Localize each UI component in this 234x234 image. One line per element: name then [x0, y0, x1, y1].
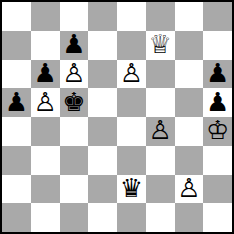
square-g2[interactable]: ♙ — [175, 175, 204, 204]
square-g8[interactable] — [175, 2, 204, 31]
square-d7[interactable] — [88, 31, 117, 60]
square-c4[interactable] — [60, 117, 89, 146]
white-king-h4: ♔ — [206, 118, 229, 144]
chess-diagram: ♟♕♟♙♙♟♟♙♚♟♙♔♛♙ — [0, 0, 234, 234]
white-pawn-g2: ♙ — [177, 176, 200, 202]
square-h4[interactable]: ♔ — [203, 117, 232, 146]
square-b1[interactable] — [31, 203, 60, 232]
square-d2[interactable] — [88, 175, 117, 204]
square-g1[interactable] — [175, 203, 204, 232]
square-g5[interactable] — [175, 88, 204, 117]
square-b8[interactable] — [31, 2, 60, 31]
black-pawn-c7: ♟ — [62, 32, 85, 58]
square-e2[interactable]: ♛ — [117, 175, 146, 204]
square-f7[interactable]: ♕ — [146, 31, 175, 60]
square-h5[interactable]: ♟ — [203, 88, 232, 117]
square-b3[interactable] — [31, 146, 60, 175]
square-g3[interactable] — [175, 146, 204, 175]
square-f3[interactable] — [146, 146, 175, 175]
white-pawn-e6: ♙ — [120, 61, 143, 87]
square-c3[interactable] — [60, 146, 89, 175]
square-h6[interactable]: ♟ — [203, 60, 232, 89]
square-g6[interactable] — [175, 60, 204, 89]
black-pawn-a5: ♟ — [5, 90, 28, 116]
square-h2[interactable] — [203, 175, 232, 204]
square-f8[interactable] — [146, 2, 175, 31]
square-c1[interactable] — [60, 203, 89, 232]
square-b6[interactable]: ♟ — [31, 60, 60, 89]
square-c8[interactable] — [60, 2, 89, 31]
square-e3[interactable] — [117, 146, 146, 175]
black-pawn-h6: ♟ — [206, 61, 229, 87]
square-b5[interactable]: ♙ — [31, 88, 60, 117]
white-pawn-b5: ♙ — [33, 90, 56, 116]
square-e8[interactable] — [117, 2, 146, 31]
square-a1[interactable] — [2, 203, 31, 232]
square-e6[interactable]: ♙ — [117, 60, 146, 89]
square-h1[interactable] — [203, 203, 232, 232]
square-c5[interactable]: ♚ — [60, 88, 89, 117]
square-e5[interactable] — [117, 88, 146, 117]
black-pawn-h5: ♟ — [206, 90, 229, 116]
square-f5[interactable] — [146, 88, 175, 117]
square-g7[interactable] — [175, 31, 204, 60]
chess-board: ♟♕♟♙♙♟♟♙♚♟♙♔♛♙ — [0, 0, 234, 234]
square-e1[interactable] — [117, 203, 146, 232]
square-g4[interactable] — [175, 117, 204, 146]
white-queen-f7: ♕ — [148, 32, 171, 58]
square-b2[interactable] — [31, 175, 60, 204]
white-pawn-f4: ♙ — [148, 118, 171, 144]
square-d5[interactable] — [88, 88, 117, 117]
square-d8[interactable] — [88, 2, 117, 31]
black-queen-e2: ♛ — [120, 176, 143, 202]
square-d6[interactable] — [88, 60, 117, 89]
square-f6[interactable] — [146, 60, 175, 89]
square-c2[interactable] — [60, 175, 89, 204]
square-f4[interactable]: ♙ — [146, 117, 175, 146]
square-f2[interactable] — [146, 175, 175, 204]
square-e7[interactable] — [117, 31, 146, 60]
square-d4[interactable] — [88, 117, 117, 146]
square-e4[interactable] — [117, 117, 146, 146]
black-pawn-b6: ♟ — [33, 61, 56, 87]
white-pawn-c6: ♙ — [62, 61, 85, 87]
square-a5[interactable]: ♟ — [2, 88, 31, 117]
square-b7[interactable] — [31, 31, 60, 60]
square-b4[interactable] — [31, 117, 60, 146]
square-h3[interactable] — [203, 146, 232, 175]
square-d1[interactable] — [88, 203, 117, 232]
square-c7[interactable]: ♟ — [60, 31, 89, 60]
square-a6[interactable] — [2, 60, 31, 89]
square-a3[interactable] — [2, 146, 31, 175]
square-a7[interactable] — [2, 31, 31, 60]
square-a4[interactable] — [2, 117, 31, 146]
black-king-c5: ♚ — [62, 90, 85, 116]
square-c6[interactable]: ♙ — [60, 60, 89, 89]
square-h8[interactable] — [203, 2, 232, 31]
square-d3[interactable] — [88, 146, 117, 175]
square-a2[interactable] — [2, 175, 31, 204]
square-f1[interactable] — [146, 203, 175, 232]
square-a8[interactable] — [2, 2, 31, 31]
square-h7[interactable] — [203, 31, 232, 60]
